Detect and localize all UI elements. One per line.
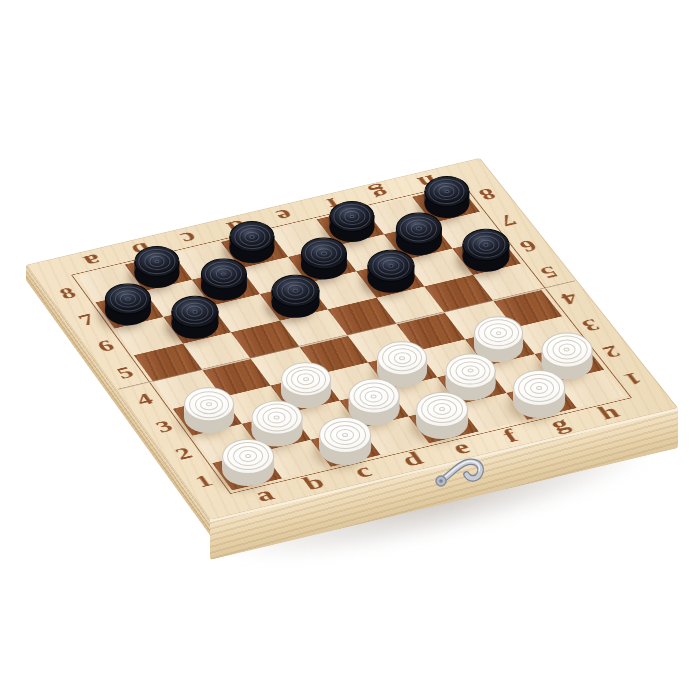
- piece-top-face: [200, 258, 246, 290]
- coord-left-8: 8: [55, 284, 80, 304]
- coord-right-8: 8: [474, 185, 500, 204]
- piece-top-face: [301, 237, 347, 269]
- white-piece-g1[interactable]: [513, 370, 565, 418]
- white-piece-a3[interactable]: [184, 387, 234, 433]
- coord-right-1: 1: [619, 368, 646, 388]
- coord-right-7: 7: [495, 210, 521, 230]
- white-piece-a1[interactable]: [222, 439, 274, 487]
- black-piece-d8[interactable]: [230, 221, 275, 263]
- piece-top-face: [474, 316, 524, 350]
- black-piece-f8[interactable]: [329, 201, 374, 243]
- piece-top-face: [230, 221, 275, 252]
- coord-left-2: 2: [171, 443, 197, 464]
- white-piece-e1[interactable]: [416, 392, 468, 440]
- coord-bottom-h: h: [593, 401, 625, 424]
- coord-right-2: 2: [598, 342, 625, 362]
- piece-top-face: [513, 370, 565, 405]
- white-piece-c1[interactable]: [319, 417, 371, 465]
- black-piece-a7[interactable]: [105, 283, 151, 325]
- black-piece-c7[interactable]: [200, 258, 246, 300]
- piece-top-face: [416, 392, 468, 427]
- piece-top-face: [542, 332, 593, 367]
- black-piece-h6[interactable]: [463, 229, 510, 272]
- piece-top-face: [251, 400, 302, 435]
- piece-top-face: [222, 439, 274, 474]
- coord-top-e: e: [271, 205, 298, 226]
- coord-right-6: 6: [515, 236, 541, 256]
- piece-top-face: [348, 379, 399, 414]
- piece-top-face: [184, 387, 234, 421]
- piece-top-face: [377, 341, 427, 375]
- piece-top-face: [319, 417, 371, 452]
- piece-top-face: [396, 213, 442, 245]
- coord-top-c: c: [176, 227, 203, 249]
- coord-left-6: 6: [93, 336, 119, 356]
- piece-top-face: [445, 354, 496, 389]
- coord-left-3: 3: [151, 416, 177, 436]
- piece-top-face: [134, 246, 179, 277]
- coord-bottom-a: a: [250, 483, 280, 506]
- black-piece-b6[interactable]: [171, 295, 218, 338]
- coord-bottom-f: f: [498, 425, 523, 447]
- black-piece-d6[interactable]: [272, 274, 319, 317]
- piece-top-face: [281, 362, 331, 396]
- piece-top-face: [424, 176, 469, 207]
- coord-left-4: 4: [132, 389, 158, 409]
- checkers-board-photo: aabbccddeeffgghh1122334455667788: [0, 0, 700, 700]
- coord-bottom-d: d: [397, 448, 429, 472]
- coord-top-a: a: [79, 250, 107, 272]
- piece-top-face: [329, 201, 374, 232]
- coord-right-5: 5: [536, 262, 562, 282]
- coord-left-5: 5: [112, 363, 138, 383]
- coord-bottom-b: b: [298, 471, 329, 495]
- black-piece-h8[interactable]: [424, 176, 469, 218]
- coord-left-7: 7: [74, 310, 99, 330]
- latch-clasp-icon: [430, 447, 494, 499]
- black-piece-b8[interactable]: [134, 246, 179, 288]
- coord-right-4: 4: [556, 289, 583, 309]
- black-piece-f6[interactable]: [367, 250, 414, 293]
- coord-left-1: 1: [190, 471, 216, 492]
- piece-top-face: [105, 283, 151, 315]
